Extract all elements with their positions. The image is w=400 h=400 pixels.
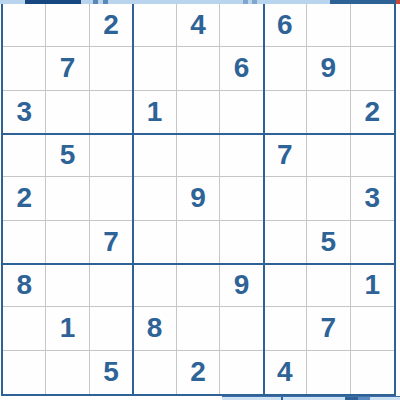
cell-r5c9[interactable]: 3 xyxy=(351,177,394,220)
cell-r3c4[interactable]: 1 xyxy=(133,91,176,134)
cell-r3c7[interactable] xyxy=(264,91,307,134)
cell-r4c1[interactable] xyxy=(3,134,46,177)
cell-r9c9[interactable] xyxy=(351,351,394,394)
cell-r5c8[interactable] xyxy=(307,177,350,220)
cell-r7c8[interactable] xyxy=(307,264,350,307)
cell-r9c4[interactable] xyxy=(133,351,176,394)
sudoku-board: 2467693125729375891187524 xyxy=(1,4,396,396)
cell-r7c3[interactable] xyxy=(90,264,133,307)
cell-r4c8[interactable] xyxy=(307,134,350,177)
sudoku-app: 2467693125729375891187524 xyxy=(0,0,400,400)
cell-r1c5[interactable]: 4 xyxy=(177,4,220,47)
box-border-horizontal-1 xyxy=(3,133,394,135)
cell-r6c8[interactable]: 5 xyxy=(307,221,350,264)
cell-r2c2[interactable]: 7 xyxy=(46,47,89,90)
cell-r9c7[interactable]: 4 xyxy=(264,351,307,394)
cell-r3c9[interactable]: 2 xyxy=(351,91,394,134)
bottom-partial-toolbar xyxy=(0,396,400,400)
cell-r9c5[interactable]: 2 xyxy=(177,351,220,394)
cell-r6c9[interactable] xyxy=(351,221,394,264)
cell-r1c8[interactable] xyxy=(307,4,350,47)
cell-r3c1[interactable]: 3 xyxy=(3,91,46,134)
cell-r6c2[interactable] xyxy=(46,221,89,264)
cell-r2c6[interactable]: 6 xyxy=(220,47,263,90)
cell-r2c5[interactable] xyxy=(177,47,220,90)
cell-r5c7[interactable] xyxy=(264,177,307,220)
cell-r4c9[interactable] xyxy=(351,134,394,177)
cell-r2c3[interactable] xyxy=(90,47,133,90)
cell-r7c6[interactable]: 9 xyxy=(220,264,263,307)
cell-r5c4[interactable] xyxy=(133,177,176,220)
cell-r9c2[interactable] xyxy=(46,351,89,394)
cell-r8c9[interactable] xyxy=(351,307,394,350)
cell-r5c5[interactable]: 9 xyxy=(177,177,220,220)
cell-r6c3[interactable]: 7 xyxy=(90,221,133,264)
cell-r7c5[interactable] xyxy=(177,264,220,307)
cell-r3c2[interactable] xyxy=(46,91,89,134)
cell-r9c8[interactable] xyxy=(307,351,350,394)
cell-r2c7[interactable] xyxy=(264,47,307,90)
cell-r4c5[interactable] xyxy=(177,134,220,177)
cell-r2c9[interactable] xyxy=(351,47,394,90)
cell-r6c1[interactable] xyxy=(3,221,46,264)
cell-r8c7[interactable] xyxy=(264,307,307,350)
cell-r1c2[interactable] xyxy=(46,4,89,47)
cell-r6c6[interactable] xyxy=(220,221,263,264)
cell-r8c2[interactable]: 1 xyxy=(46,307,89,350)
red-mark xyxy=(396,0,400,4)
cell-r2c4[interactable] xyxy=(133,47,176,90)
bottom-button-sliver[interactable] xyxy=(222,396,400,400)
cell-r9c3[interactable]: 5 xyxy=(90,351,133,394)
cell-r3c8[interactable] xyxy=(307,91,350,134)
cell-r3c5[interactable] xyxy=(177,91,220,134)
box-border-horizontal-2 xyxy=(3,263,394,265)
cell-r1c6[interactable] xyxy=(220,4,263,47)
cell-r2c8[interactable]: 9 xyxy=(307,47,350,90)
box-border-vertical-1 xyxy=(132,4,134,394)
cell-r5c3[interactable] xyxy=(90,177,133,220)
cell-r4c4[interactable] xyxy=(133,134,176,177)
cell-r8c3[interactable] xyxy=(90,307,133,350)
cell-r1c4[interactable] xyxy=(133,4,176,47)
cell-r7c1[interactable]: 8 xyxy=(3,264,46,307)
cell-r6c7[interactable] xyxy=(264,221,307,264)
cell-r2c1[interactable] xyxy=(3,47,46,90)
cell-r4c2[interactable]: 5 xyxy=(46,134,89,177)
cell-r4c7[interactable]: 7 xyxy=(264,134,307,177)
cell-r5c2[interactable] xyxy=(46,177,89,220)
cell-r9c1[interactable] xyxy=(3,351,46,394)
cell-r8c4[interactable]: 8 xyxy=(133,307,176,350)
cell-r3c6[interactable] xyxy=(220,91,263,134)
cell-r7c7[interactable] xyxy=(264,264,307,307)
cell-r4c6[interactable] xyxy=(220,134,263,177)
cell-r1c7[interactable]: 6 xyxy=(264,4,307,47)
cell-r9c6[interactable] xyxy=(220,351,263,394)
sudoku-grid: 2467693125729375891187524 xyxy=(3,4,394,394)
cell-r6c5[interactable] xyxy=(177,221,220,264)
cell-r6c4[interactable] xyxy=(133,221,176,264)
cell-r1c9[interactable] xyxy=(351,4,394,47)
cell-r7c9[interactable]: 1 xyxy=(351,264,394,307)
cell-r7c4[interactable] xyxy=(133,264,176,307)
cell-r5c6[interactable] xyxy=(220,177,263,220)
cell-r8c5[interactable] xyxy=(177,307,220,350)
box-border-vertical-2 xyxy=(263,4,265,394)
cell-r7c2[interactable] xyxy=(46,264,89,307)
cell-r4c3[interactable] xyxy=(90,134,133,177)
cell-r8c6[interactable] xyxy=(220,307,263,350)
cell-r8c8[interactable]: 7 xyxy=(307,307,350,350)
cell-r1c3[interactable]: 2 xyxy=(90,4,133,47)
cell-r1c1[interactable] xyxy=(3,4,46,47)
cell-r3c3[interactable] xyxy=(90,91,133,134)
cell-r8c1[interactable] xyxy=(3,307,46,350)
cell-r5c1[interactable]: 2 xyxy=(3,177,46,220)
